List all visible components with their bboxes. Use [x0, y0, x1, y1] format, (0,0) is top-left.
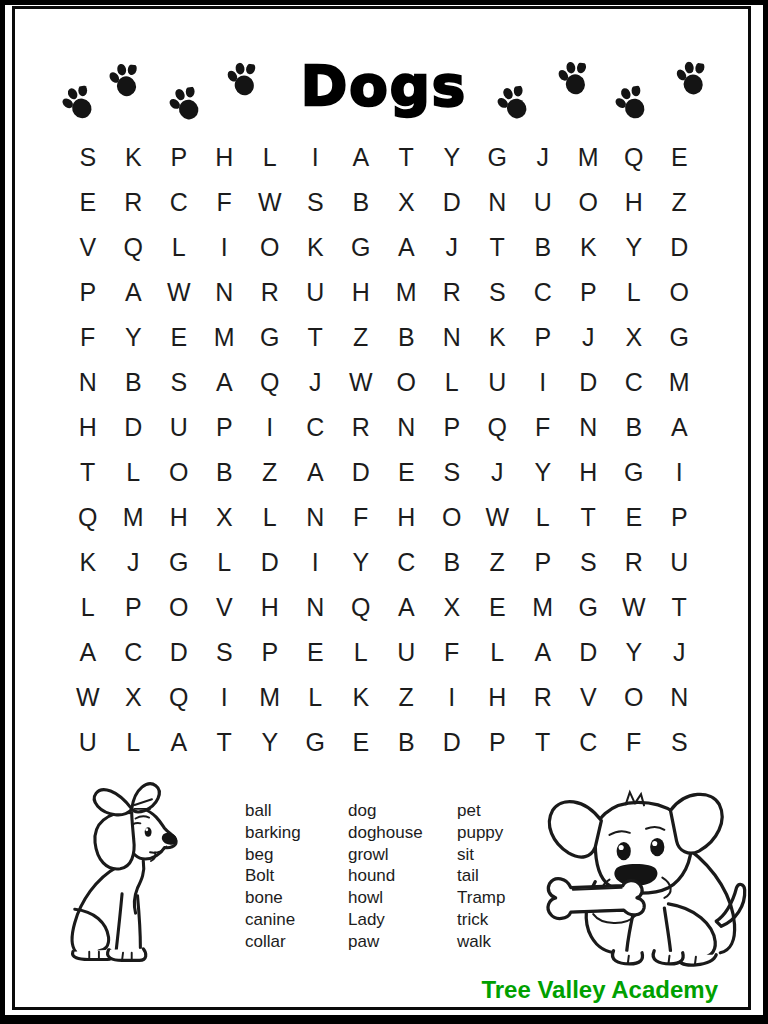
grid-cell-r1c4[interactable]: H: [202, 135, 248, 180]
word-list-item: canine: [245, 909, 355, 931]
grid-cell-r11c13[interactable]: W: [611, 585, 657, 630]
grid-cell-r7c12[interactable]: N: [566, 405, 612, 450]
puppy-with-bow-illustration: [45, 778, 230, 971]
grid-cell-r1c11[interactable]: J: [520, 135, 566, 180]
grid-cell-r12c11[interactable]: A: [520, 630, 566, 675]
grid-cell-r10c3[interactable]: G: [156, 540, 202, 585]
grid-cell-r1c10[interactable]: G: [475, 135, 521, 180]
grid-cell-r9c9[interactable]: O: [429, 495, 475, 540]
grid-cell-r6c8[interactable]: O: [384, 360, 430, 405]
grid-cell-r1c1[interactable]: S: [65, 135, 111, 180]
word-list-item: collar: [245, 931, 355, 953]
grid-cell-r13c6[interactable]: L: [293, 675, 339, 720]
grid-cell-r11c14[interactable]: T: [657, 585, 703, 630]
grid-cell-r13c13[interactable]: O: [611, 675, 657, 720]
grid-cell-r7c10[interactable]: Q: [475, 405, 521, 450]
grid-cell-r4c1[interactable]: P: [65, 270, 111, 315]
grid-cell-r5c2[interactable]: Y: [111, 315, 157, 360]
grid-cell-r4c13[interactable]: L: [611, 270, 657, 315]
grid-cell-r5c11[interactable]: P: [520, 315, 566, 360]
grid-cell-r4c6[interactable]: U: [293, 270, 339, 315]
grid-cell-r4c5[interactable]: R: [247, 270, 293, 315]
grid-cell-r3c5[interactable]: O: [247, 225, 293, 270]
grid-cell-r12c12[interactable]: D: [566, 630, 612, 675]
grid-cell-r3c11[interactable]: B: [520, 225, 566, 270]
grid-cell-r11c1[interactable]: L: [65, 585, 111, 630]
word-list-item: growl: [348, 844, 458, 866]
grid-cell-r13c5[interactable]: M: [247, 675, 293, 720]
grid-cell-r2c9[interactable]: D: [429, 180, 475, 225]
grid-cell-r12c8[interactable]: U: [384, 630, 430, 675]
grid-cell-r14c6[interactable]: G: [293, 720, 339, 765]
grid-cell-r5c8[interactable]: B: [384, 315, 430, 360]
grid-cell-r13c14[interactable]: N: [657, 675, 703, 720]
grid-cell-r7c7[interactable]: R: [338, 405, 384, 450]
grid-cell-r1c12[interactable]: M: [566, 135, 612, 180]
grid-cell-r14c14[interactable]: S: [657, 720, 703, 765]
grid-cell-r6c3[interactable]: S: [156, 360, 202, 405]
grid-cell-r3c4[interactable]: I: [202, 225, 248, 270]
grid-cell-r5c7[interactable]: Z: [338, 315, 384, 360]
grid-cell-r10c2[interactable]: J: [111, 540, 157, 585]
grid-cell-r4c8[interactable]: M: [384, 270, 430, 315]
grid-cell-r9c12[interactable]: T: [566, 495, 612, 540]
grid-cell-r10c9[interactable]: B: [429, 540, 475, 585]
grid-cell-r8c1[interactable]: T: [65, 450, 111, 495]
grid-cell-r14c2[interactable]: L: [111, 720, 157, 765]
grid-cell-r13c9[interactable]: I: [429, 675, 475, 720]
word-list-item: ball: [245, 800, 355, 822]
puzzle-title: Dogs: [5, 53, 763, 118]
grid-cell-r7c1[interactable]: H: [65, 405, 111, 450]
grid-cell-r12c1[interactable]: A: [65, 630, 111, 675]
grid-cell-r13c1[interactable]: W: [65, 675, 111, 720]
grid-cell-r9c11[interactable]: L: [520, 495, 566, 540]
grid-cell-r2c14[interactable]: Z: [657, 180, 703, 225]
grid-cell-r12c14[interactable]: J: [657, 630, 703, 675]
grid-cell-r14c3[interactable]: A: [156, 720, 202, 765]
grid-cell-r11c4[interactable]: V: [202, 585, 248, 630]
grid-cell-r1c5[interactable]: L: [247, 135, 293, 180]
grid-cell-r7c14[interactable]: A: [657, 405, 703, 450]
grid-cell-r1c14[interactable]: E: [657, 135, 703, 180]
grid-cell-r9c6[interactable]: N: [293, 495, 339, 540]
grid-cell-r8c8[interactable]: E: [384, 450, 430, 495]
grid-cell-r10c4[interactable]: L: [202, 540, 248, 585]
grid-cell-r13c4[interactable]: I: [202, 675, 248, 720]
word-list-item: bone: [245, 887, 355, 909]
grid-cell-r7c5[interactable]: I: [247, 405, 293, 450]
grid-cell-r11c5[interactable]: H: [247, 585, 293, 630]
grid-cell-r7c9[interactable]: P: [429, 405, 475, 450]
grid-cell-r10c6[interactable]: I: [293, 540, 339, 585]
grid-cell-r4c2[interactable]: A: [111, 270, 157, 315]
grid-cell-r13c11[interactable]: R: [520, 675, 566, 720]
grid-cell-r3c10[interactable]: T: [475, 225, 521, 270]
grid-cell-r8c3[interactable]: O: [156, 450, 202, 495]
grid-cell-r14c13[interactable]: F: [611, 720, 657, 765]
word-list-item: barking: [245, 822, 355, 844]
grid-cell-r3c9[interactable]: J: [429, 225, 475, 270]
word-list-item: Lady: [348, 909, 458, 931]
grid-cell-r3c6[interactable]: K: [293, 225, 339, 270]
grid-cell-r8c2[interactable]: L: [111, 450, 157, 495]
word-list-item: Bolt: [245, 865, 355, 887]
grid-cell-r5c1[interactable]: F: [65, 315, 111, 360]
grid-cell-r3c14[interactable]: D: [657, 225, 703, 270]
grid-cell-r12c4[interactable]: S: [202, 630, 248, 675]
grid-cell-r14c8[interactable]: B: [384, 720, 430, 765]
grid-cell-r10c14[interactable]: U: [657, 540, 703, 585]
word-list-column-2: dogdoghousegrowlhoundhowlLadypaw: [348, 800, 458, 953]
grid-cell-r11c8[interactable]: A: [384, 585, 430, 630]
grid-cell-r6c1[interactable]: N: [65, 360, 111, 405]
grid-cell-r10c11[interactable]: P: [520, 540, 566, 585]
grid-cell-r1c8[interactable]: T: [384, 135, 430, 180]
word-list-item: hound: [348, 865, 458, 887]
grid-cell-r5c4[interactable]: M: [202, 315, 248, 360]
brand-credit: Tree Valley Academy: [481, 976, 718, 1004]
grid-cell-r2c12[interactable]: O: [566, 180, 612, 225]
grid-cell-r2c10[interactable]: N: [475, 180, 521, 225]
grid-cell-r9c2[interactable]: M: [111, 495, 157, 540]
grid-cell-r12c3[interactable]: D: [156, 630, 202, 675]
grid-cell-r11c9[interactable]: X: [429, 585, 475, 630]
grid-cell-r5c6[interactable]: T: [293, 315, 339, 360]
word-list-item: doghouse: [348, 822, 458, 844]
grid-cell-r7c8[interactable]: N: [384, 405, 430, 450]
grid-cell-r7c2[interactable]: D: [111, 405, 157, 450]
grid-cell-r3c1[interactable]: V: [65, 225, 111, 270]
grid-cell-r9c3[interactable]: H: [156, 495, 202, 540]
grid-cell-r7c13[interactable]: B: [611, 405, 657, 450]
grid-cell-r2c5[interactable]: W: [247, 180, 293, 225]
grid-cell-r10c12[interactable]: S: [566, 540, 612, 585]
grid-cell-r2c3[interactable]: C: [156, 180, 202, 225]
grid-cell-r9c8[interactable]: H: [384, 495, 430, 540]
grid-cell-r4c9[interactable]: R: [429, 270, 475, 315]
grid-cell-r6c13[interactable]: C: [611, 360, 657, 405]
grid-cell-r13c12[interactable]: V: [566, 675, 612, 720]
worksheet-page: Dogs SKPHLIATYGJMQEERCFWSBXDNUOHZVQLIOKG…: [5, 5, 763, 1015]
grid-cell-r11c3[interactable]: O: [156, 585, 202, 630]
grid-cell-r13c8[interactable]: Z: [384, 675, 430, 720]
grid-cell-r3c7[interactable]: G: [338, 225, 384, 270]
grid-cell-r6c14[interactable]: M: [657, 360, 703, 405]
word-list-item: howl: [348, 887, 458, 909]
grid-cell-r4c14[interactable]: O: [657, 270, 703, 315]
grid-cell-r8c7[interactable]: D: [338, 450, 384, 495]
grid-cell-r9c4[interactable]: X: [202, 495, 248, 540]
puppy-with-bone-illustration: [528, 782, 754, 968]
grid-cell-r2c7[interactable]: B: [338, 180, 384, 225]
grid-cell-r7c11[interactable]: F: [520, 405, 566, 450]
grid-cell-r13c10[interactable]: H: [475, 675, 521, 720]
grid-cell-r13c3[interactable]: Q: [156, 675, 202, 720]
grid-cell-r8c10[interactable]: J: [475, 450, 521, 495]
grid-cell-r6c12[interactable]: D: [566, 360, 612, 405]
grid-cell-r3c12[interactable]: K: [566, 225, 612, 270]
grid-cell-r3c8[interactable]: A: [384, 225, 430, 270]
grid-cell-r10c13[interactable]: R: [611, 540, 657, 585]
grid-cell-r4c4[interactable]: N: [202, 270, 248, 315]
grid-cell-r12c9[interactable]: F: [429, 630, 475, 675]
grid-cell-r4c11[interactable]: C: [520, 270, 566, 315]
grid-cell-r9c1[interactable]: Q: [65, 495, 111, 540]
grid-cell-r6c9[interactable]: L: [429, 360, 475, 405]
word-list-item: dog: [348, 800, 458, 822]
grid-cell-r14c9[interactable]: D: [429, 720, 475, 765]
grid-cell-r12c6[interactable]: E: [293, 630, 339, 675]
grid-cell-r3c13[interactable]: Y: [611, 225, 657, 270]
grid-cell-r4c7[interactable]: H: [338, 270, 384, 315]
grid-cell-r14c10[interactable]: P: [475, 720, 521, 765]
grid-cell-r1c13[interactable]: Q: [611, 135, 657, 180]
grid-cell-r14c11[interactable]: T: [520, 720, 566, 765]
grid-cell-r12c2[interactable]: C: [111, 630, 157, 675]
grid-cell-r10c10[interactable]: Z: [475, 540, 521, 585]
grid-cell-r14c4[interactable]: T: [202, 720, 248, 765]
grid-cell-r2c4[interactable]: F: [202, 180, 248, 225]
grid-cell-r2c2[interactable]: R: [111, 180, 157, 225]
grid-cell-r1c3[interactable]: P: [156, 135, 202, 180]
grid-cell-r6c2[interactable]: B: [111, 360, 157, 405]
grid-cell-r12c13[interactable]: Y: [611, 630, 657, 675]
grid-cell-r10c1[interactable]: K: [65, 540, 111, 585]
grid-cell-r9c14[interactable]: P: [657, 495, 703, 540]
grid-cell-r9c10[interactable]: W: [475, 495, 521, 540]
grid-cell-r12c7[interactable]: L: [338, 630, 384, 675]
grid-cell-r5c5[interactable]: G: [247, 315, 293, 360]
grid-cell-r11c2[interactable]: P: [111, 585, 157, 630]
grid-cell-r11c12[interactable]: G: [566, 585, 612, 630]
word-list-item: paw: [348, 931, 458, 953]
grid-cell-r12c10[interactable]: L: [475, 630, 521, 675]
grid-cell-r5c10[interactable]: K: [475, 315, 521, 360]
grid-cell-r9c13[interactable]: E: [611, 495, 657, 540]
word-search-grid: SKPHLIATYGJMQEERCFWSBXDNUOHZVQLIOKGAJTBK…: [65, 135, 702, 765]
grid-cell-r1c7[interactable]: A: [338, 135, 384, 180]
grid-cell-r14c5[interactable]: Y: [247, 720, 293, 765]
grid-cell-r5c9[interactable]: N: [429, 315, 475, 360]
grid-cell-r13c2[interactable]: X: [111, 675, 157, 720]
grid-cell-r2c11[interactable]: U: [520, 180, 566, 225]
word-list-column-1: ballbarkingbegBoltbonecaninecollar: [245, 800, 355, 953]
grid-cell-r1c2[interactable]: K: [111, 135, 157, 180]
grid-cell-r5c14[interactable]: G: [657, 315, 703, 360]
grid-cell-r13c7[interactable]: K: [338, 675, 384, 720]
grid-cell-r3c2[interactable]: Q: [111, 225, 157, 270]
word-list-item: beg: [245, 844, 355, 866]
grid-cell-r11c7[interactable]: Q: [338, 585, 384, 630]
grid-cell-r8c11[interactable]: Y: [520, 450, 566, 495]
grid-cell-r4c12[interactable]: P: [566, 270, 612, 315]
grid-cell-r2c6[interactable]: S: [293, 180, 339, 225]
grid-cell-r5c3[interactable]: E: [156, 315, 202, 360]
grid-cell-r1c6[interactable]: I: [293, 135, 339, 180]
grid-cell-r7c6[interactable]: C: [293, 405, 339, 450]
grid-cell-r7c3[interactable]: U: [156, 405, 202, 450]
grid-cell-r6c5[interactable]: Q: [247, 360, 293, 405]
grid-cell-r3c3[interactable]: L: [156, 225, 202, 270]
grid-cell-r5c12[interactable]: J: [566, 315, 612, 360]
grid-cell-r8c13[interactable]: G: [611, 450, 657, 495]
grid-cell-r8c12[interactable]: H: [566, 450, 612, 495]
grid-cell-r6c7[interactable]: W: [338, 360, 384, 405]
grid-cell-r9c5[interactable]: L: [247, 495, 293, 540]
grid-cell-r8c9[interactable]: S: [429, 450, 475, 495]
grid-cell-r6c11[interactable]: I: [520, 360, 566, 405]
grid-cell-r8c6[interactable]: A: [293, 450, 339, 495]
grid-cell-r4c10[interactable]: S: [475, 270, 521, 315]
grid-cell-r7c4[interactable]: P: [202, 405, 248, 450]
grid-cell-r14c12[interactable]: C: [566, 720, 612, 765]
grid-cell-r11c11[interactable]: M: [520, 585, 566, 630]
grid-cell-r2c13[interactable]: H: [611, 180, 657, 225]
grid-cell-r8c4[interactable]: B: [202, 450, 248, 495]
grid-cell-r11c6[interactable]: N: [293, 585, 339, 630]
grid-cell-r14c1[interactable]: U: [65, 720, 111, 765]
grid-cell-r6c4[interactable]: A: [202, 360, 248, 405]
grid-cell-r8c14[interactable]: I: [657, 450, 703, 495]
grid-cell-r11c10[interactable]: E: [475, 585, 521, 630]
grid-cell-r4c3[interactable]: W: [156, 270, 202, 315]
grid-cell-r8c5[interactable]: Z: [247, 450, 293, 495]
grid-cell-r6c6[interactable]: J: [293, 360, 339, 405]
grid-cell-r10c8[interactable]: C: [384, 540, 430, 585]
grid-cell-r5c13[interactable]: X: [611, 315, 657, 360]
grid-cell-r6c10[interactable]: U: [475, 360, 521, 405]
grid-cell-r14c7[interactable]: E: [338, 720, 384, 765]
grid-cell-r12c5[interactable]: P: [247, 630, 293, 675]
grid-cell-r2c1[interactable]: E: [65, 180, 111, 225]
grid-cell-r9c7[interactable]: F: [338, 495, 384, 540]
grid-cell-r10c5[interactable]: D: [247, 540, 293, 585]
grid-cell-r10c7[interactable]: Y: [338, 540, 384, 585]
grid-cell-r1c9[interactable]: Y: [429, 135, 475, 180]
grid-cell-r2c8[interactable]: X: [384, 180, 430, 225]
